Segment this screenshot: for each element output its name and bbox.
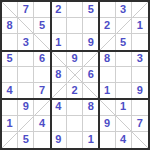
cell-r2c6[interactable] <box>83 18 99 34</box>
cell-r7c6[interactable]: 8 <box>83 99 99 115</box>
cell-r2c2[interactable] <box>18 18 34 34</box>
cell-r3c9[interactable] <box>132 34 148 50</box>
cell-r7c3[interactable] <box>34 99 50 115</box>
cell-r9c5[interactable] <box>67 132 83 148</box>
cell-r3c7[interactable] <box>99 34 115 50</box>
cell-r5c8[interactable] <box>116 67 132 83</box>
cell-r2c3[interactable]: 5 <box>34 18 50 34</box>
cell-r6c9[interactable]: 9 <box>132 83 148 99</box>
cell-r3c4[interactable]: 1 <box>51 34 67 50</box>
cell-r8c2[interactable] <box>18 116 34 132</box>
cell-r4c7[interactable]: 8 <box>99 51 115 67</box>
cell-r3c5[interactable] <box>67 34 83 50</box>
cell-r8c7[interactable]: 9 <box>99 116 115 132</box>
cell-r4c5[interactable]: 9 <box>67 51 83 67</box>
cell-r8c6[interactable] <box>83 116 99 132</box>
cell-r5c9[interactable] <box>132 67 148 83</box>
cell-r8c9[interactable]: 7 <box>132 116 148 132</box>
cell-r2c8[interactable] <box>116 18 132 34</box>
cell-r4c4[interactable] <box>51 51 67 67</box>
cell-r1c4[interactable]: 2 <box>51 2 67 18</box>
cell-r9c4[interactable]: 9 <box>51 132 67 148</box>
cell-r1c7[interactable] <box>99 2 115 18</box>
cell-r7c1[interactable] <box>2 99 18 115</box>
cell-r7c2[interactable]: 9 <box>18 99 34 115</box>
cell-r3c1[interactable] <box>2 34 18 50</box>
cell-r2c1[interactable]: 8 <box>2 18 18 34</box>
cell-r4c2[interactable] <box>18 51 34 67</box>
cell-r9c6[interactable]: 1 <box>83 132 99 148</box>
cell-r3c6[interactable]: 9 <box>83 34 99 50</box>
cell-r5c7[interactable] <box>99 67 115 83</box>
cell-r7c4[interactable]: 4 <box>51 99 67 115</box>
cell-r2c9[interactable]: 1 <box>132 18 148 34</box>
cell-r6c3[interactable]: 7 <box>34 83 50 99</box>
cell-r4c3[interactable]: 6 <box>34 51 50 67</box>
cell-r5c2[interactable] <box>18 67 34 83</box>
cell-r2c5[interactable] <box>67 18 83 34</box>
cell-r1c9[interactable] <box>132 2 148 18</box>
cell-r1c5[interactable] <box>67 2 83 18</box>
cell-r4c9[interactable]: 3 <box>132 51 148 67</box>
cell-r4c8[interactable] <box>116 51 132 67</box>
cell-r5c4[interactable]: 8 <box>51 67 67 83</box>
cell-r9c2[interactable]: 5 <box>18 132 34 148</box>
cell-r7c7[interactable] <box>99 99 115 115</box>
cell-r9c1[interactable] <box>2 132 18 148</box>
cell-r1c3[interactable] <box>34 2 50 18</box>
cell-r8c1[interactable]: 1 <box>2 116 18 132</box>
cell-r6c4[interactable] <box>51 83 67 99</box>
cell-r6c7[interactable]: 1 <box>99 83 115 99</box>
box-border-horizontal-2 <box>2 98 148 100</box>
cell-r8c4[interactable] <box>51 116 67 132</box>
cell-r5c3[interactable] <box>34 67 50 83</box>
cell-r9c8[interactable]: 4 <box>116 132 132 148</box>
cell-r1c2[interactable]: 7 <box>18 2 34 18</box>
cell-r9c7[interactable] <box>99 132 115 148</box>
cell-r2c7[interactable]: 2 <box>99 18 115 34</box>
box-border-vertical-2 <box>98 2 100 148</box>
cell-r8c5[interactable] <box>67 116 83 132</box>
cell-r3c8[interactable]: 5 <box>116 34 132 50</box>
cell-r8c8[interactable] <box>116 116 132 132</box>
cell-r6c8[interactable] <box>116 83 132 99</box>
box-border-vertical-1 <box>50 2 52 148</box>
cell-r6c5[interactable]: 2 <box>67 83 83 99</box>
cell-r1c8[interactable]: 3 <box>116 2 132 18</box>
cell-r1c1[interactable] <box>2 2 18 18</box>
cell-r3c2[interactable]: 3 <box>18 34 34 50</box>
sudoku-board: 725385213195569838647219948114975914 <box>0 0 150 150</box>
cell-r2c4[interactable] <box>51 18 67 34</box>
cell-r1c6[interactable]: 5 <box>83 2 99 18</box>
cell-r7c9[interactable] <box>132 99 148 115</box>
cell-r4c1[interactable]: 5 <box>2 51 18 67</box>
sudoku-grid: 725385213195569838647219948114975914 <box>2 2 148 148</box>
cell-r6c1[interactable]: 4 <box>2 83 18 99</box>
cell-r4c6[interactable] <box>83 51 99 67</box>
cell-r7c5[interactable] <box>67 99 83 115</box>
cell-r9c3[interactable] <box>34 132 50 148</box>
cell-r5c6[interactable]: 6 <box>83 67 99 83</box>
cell-r8c3[interactable]: 4 <box>34 116 50 132</box>
cell-r5c5[interactable] <box>67 67 83 83</box>
cell-r6c6[interactable] <box>83 83 99 99</box>
box-border-horizontal-1 <box>2 50 148 52</box>
cell-r5c1[interactable] <box>2 67 18 83</box>
cell-r7c8[interactable]: 1 <box>116 99 132 115</box>
cell-r9c9[interactable] <box>132 132 148 148</box>
cell-r6c2[interactable] <box>18 83 34 99</box>
cell-r3c3[interactable] <box>34 34 50 50</box>
